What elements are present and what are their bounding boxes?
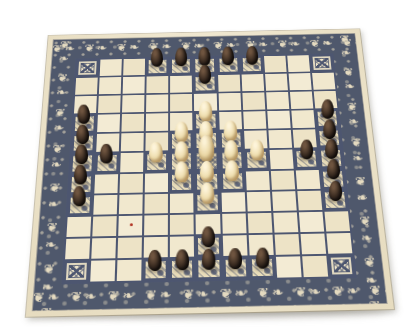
board-cell xyxy=(265,74,288,91)
attacker-piece[interactable] xyxy=(73,165,86,185)
game-board: ❦❧ ❦❧ ❦❧ ❦❧ ❦❧ ❦❧ ❦❧ ❦❧ ❦❧ ❦❧ ❦❧ ❦❧ ❦❧ ❦… xyxy=(26,29,394,317)
board-cell xyxy=(297,190,322,210)
board-cell xyxy=(122,95,145,113)
board-cell xyxy=(291,110,315,128)
board-cell xyxy=(246,191,270,211)
board-cell xyxy=(221,192,245,212)
board-cell xyxy=(170,214,194,234)
attacker-piece[interactable] xyxy=(175,250,189,271)
board-cell xyxy=(144,215,168,235)
attacker-piece[interactable] xyxy=(201,226,215,247)
board-cell xyxy=(274,234,299,255)
board-cell xyxy=(123,59,145,76)
board-cell xyxy=(120,173,144,192)
board-cell xyxy=(267,111,291,129)
board-cell xyxy=(247,213,272,233)
defender-piece[interactable] xyxy=(174,162,189,183)
board-cell xyxy=(324,211,350,231)
board-cell xyxy=(72,134,96,153)
board-cell xyxy=(296,170,321,189)
board-cell xyxy=(146,113,169,131)
board-cell xyxy=(317,129,341,147)
board-cell xyxy=(73,115,96,133)
board-cell xyxy=(170,193,194,213)
board-cell xyxy=(170,132,193,151)
defender-piece[interactable] xyxy=(200,161,215,182)
board-cell xyxy=(272,191,297,211)
board-cell xyxy=(242,93,265,111)
board-cell xyxy=(145,193,169,213)
board-cell xyxy=(170,76,192,93)
red-mark-cell xyxy=(118,215,142,235)
attacker-piece[interactable] xyxy=(255,248,269,269)
board-cell xyxy=(218,93,241,111)
board-cell xyxy=(120,153,143,172)
board-cell xyxy=(94,174,118,193)
board-cell xyxy=(269,150,293,169)
board-cell xyxy=(98,96,121,114)
board-cell xyxy=(315,110,339,128)
board-cell xyxy=(243,111,266,129)
board-cell xyxy=(74,96,97,114)
board-cell xyxy=(314,91,338,109)
board-cell xyxy=(245,171,269,190)
board-cell xyxy=(266,92,289,110)
board-cell xyxy=(75,78,98,95)
board-cell xyxy=(219,112,242,130)
board-cell xyxy=(146,95,168,113)
corner-square xyxy=(310,55,333,72)
board-cell xyxy=(93,195,117,215)
board-cell xyxy=(244,131,268,149)
board-cell xyxy=(219,131,242,150)
board-cell xyxy=(245,150,269,169)
board-cell xyxy=(241,74,264,91)
board-cell xyxy=(195,132,218,151)
board-cell xyxy=(119,194,143,214)
board-cell xyxy=(96,134,119,153)
board-cell xyxy=(100,59,122,76)
board-cell xyxy=(147,58,169,75)
board-cell xyxy=(218,75,240,92)
board-cell xyxy=(147,76,169,93)
board-cell xyxy=(240,56,262,73)
board-cell xyxy=(294,149,318,168)
board-cell xyxy=(273,212,298,232)
attacker-piece[interactable] xyxy=(202,249,216,270)
board-cell xyxy=(170,113,192,131)
board-cell xyxy=(194,94,216,112)
board-cell xyxy=(66,216,91,236)
board-cell xyxy=(288,73,311,90)
board-cell xyxy=(121,133,144,152)
corner-square xyxy=(76,60,98,77)
board-cell xyxy=(97,114,120,132)
board-cell xyxy=(194,57,216,74)
board-cell xyxy=(287,55,310,72)
board-cell xyxy=(312,73,335,90)
board-cell xyxy=(95,154,119,173)
board-cell xyxy=(217,57,239,74)
attacker-piece[interactable] xyxy=(72,186,86,207)
board-cell xyxy=(123,77,145,94)
board-cell xyxy=(300,233,326,254)
board-cell xyxy=(122,114,145,132)
board-cell xyxy=(271,170,295,189)
board-cell xyxy=(145,152,168,171)
board-cell xyxy=(65,238,90,259)
defender-piece[interactable] xyxy=(225,160,240,181)
board-cell xyxy=(92,216,117,236)
board-cell xyxy=(290,92,313,110)
board-cell xyxy=(170,58,192,75)
board-cell xyxy=(194,75,216,92)
board-cell xyxy=(264,56,287,73)
board-cell xyxy=(99,77,121,94)
board-cell xyxy=(145,173,168,192)
board-cell xyxy=(268,130,292,148)
board-cell xyxy=(195,112,218,130)
board-cell xyxy=(170,94,192,112)
board-cell xyxy=(222,213,246,233)
photo-background: ❦❧ ❦❧ ❦❧ ❦❧ ❦❧ ❦❧ ❦❧ ❦❧ ❦❧ ❦❧ ❦❧ ❦❧ ❦❧ ❦… xyxy=(0,0,415,330)
board-cell xyxy=(146,133,169,152)
board-cell xyxy=(299,212,324,232)
board-cell xyxy=(293,130,317,148)
